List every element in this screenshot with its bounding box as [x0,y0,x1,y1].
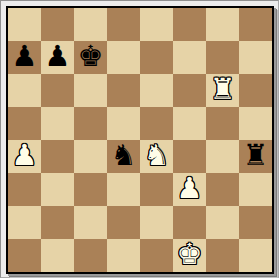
square-g2[interactable] [206,206,239,239]
square-d7[interactable] [107,41,140,74]
square-c2[interactable] [74,206,107,239]
square-g1[interactable] [206,239,239,272]
white-pawn[interactable]: ♟ [12,140,38,172]
square-d8[interactable] [107,8,140,41]
square-g5[interactable] [206,107,239,140]
square-e5[interactable] [140,107,173,140]
square-d6[interactable] [107,74,140,107]
black-pawn[interactable]: ♟ [12,41,38,73]
square-e6[interactable] [140,74,173,107]
square-g4[interactable] [206,140,239,173]
square-d1[interactable] [107,239,140,272]
square-h5[interactable] [239,107,272,140]
square-f3[interactable]: ♟ [173,173,206,206]
square-a7[interactable]: ♟ [8,41,41,74]
square-f6[interactable] [173,74,206,107]
square-h6[interactable] [239,74,272,107]
square-h7[interactable] [239,41,272,74]
square-c4[interactable] [74,140,107,173]
square-e7[interactable] [140,41,173,74]
square-d4[interactable]: ♞ [107,140,140,173]
square-a1[interactable] [8,239,41,272]
square-a2[interactable] [8,206,41,239]
square-d5[interactable] [107,107,140,140]
square-e1[interactable] [140,239,173,272]
square-b3[interactable] [41,173,74,206]
square-a8[interactable] [8,8,41,41]
square-f1[interactable]: ♚ [173,239,206,272]
square-e3[interactable] [140,173,173,206]
square-h1[interactable] [239,239,272,272]
square-e4[interactable]: ♞ [140,140,173,173]
chess-board-window: ♟♟♚♜♟♞♞♜♟♚ [0,0,279,278]
white-knight[interactable]: ♞ [144,140,170,172]
white-king[interactable]: ♚ [177,239,203,271]
square-a6[interactable] [8,74,41,107]
square-e2[interactable] [140,206,173,239]
square-g8[interactable] [206,8,239,41]
square-c1[interactable] [74,239,107,272]
square-h8[interactable] [239,8,272,41]
square-f5[interactable] [173,107,206,140]
square-g6[interactable]: ♜ [206,74,239,107]
board-frame: ♟♟♚♜♟♞♞♜♟♚ [6,6,274,274]
square-b6[interactable] [41,74,74,107]
chess-board[interactable]: ♟♟♚♜♟♞♞♜♟♚ [8,8,272,272]
square-h2[interactable] [239,206,272,239]
white-rook[interactable]: ♜ [210,74,236,106]
square-a3[interactable] [8,173,41,206]
square-f2[interactable] [173,206,206,239]
square-b2[interactable] [41,206,74,239]
white-pawn[interactable]: ♟ [177,173,203,205]
square-g3[interactable] [206,173,239,206]
square-b4[interactable] [41,140,74,173]
square-d2[interactable] [107,206,140,239]
square-h4[interactable]: ♜ [239,140,272,173]
square-f8[interactable] [173,8,206,41]
black-rook[interactable]: ♜ [243,140,269,172]
square-e8[interactable] [140,8,173,41]
square-f4[interactable] [173,140,206,173]
black-knight[interactable]: ♞ [111,140,137,172]
black-king[interactable]: ♚ [78,41,104,73]
square-c6[interactable] [74,74,107,107]
square-a4[interactable]: ♟ [8,140,41,173]
square-g7[interactable] [206,41,239,74]
square-b1[interactable] [41,239,74,272]
square-c5[interactable] [74,107,107,140]
black-pawn[interactable]: ♟ [45,41,71,73]
square-h3[interactable] [239,173,272,206]
square-a5[interactable] [8,107,41,140]
square-b8[interactable] [41,8,74,41]
square-b5[interactable] [41,107,74,140]
square-d3[interactable] [107,173,140,206]
square-b7[interactable]: ♟ [41,41,74,74]
square-c3[interactable] [74,173,107,206]
square-c7[interactable]: ♚ [74,41,107,74]
square-f7[interactable] [173,41,206,74]
square-c8[interactable] [74,8,107,41]
